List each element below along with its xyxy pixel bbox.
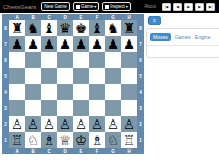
square-h8[interactable]: ♜ bbox=[121, 20, 137, 36]
game-menu-label: Game bbox=[81, 4, 93, 9]
square-d7[interactable]: ♟ bbox=[57, 36, 73, 52]
rank-label: 5 bbox=[2, 68, 9, 84]
square-e3[interactable] bbox=[73, 100, 89, 116]
square-e5[interactable] bbox=[73, 68, 89, 84]
square-a3[interactable] bbox=[9, 100, 25, 116]
square-c7[interactable]: ♟ bbox=[41, 36, 57, 52]
next-move-button[interactable]: ▶ bbox=[195, 3, 204, 11]
tab-moves[interactable]: Moves bbox=[150, 33, 171, 41]
square-c4[interactable] bbox=[41, 84, 57, 100]
move-nav-group: |◀ ◀ ▶ ▶ ▶| bbox=[162, 3, 215, 11]
square-b3[interactable] bbox=[25, 100, 41, 116]
caret-down-icon: ▾ bbox=[94, 5, 96, 9]
square-g7[interactable]: ♟ bbox=[105, 36, 121, 52]
top-navbar: ChessGears New Game Game ▾ Inspect ▾ Abo… bbox=[0, 0, 219, 13]
square-h7[interactable]: ♟ bbox=[121, 36, 137, 52]
new-game-button[interactable]: New Game bbox=[41, 2, 70, 11]
rank-label: 7 bbox=[137, 36, 144, 52]
square-b4[interactable] bbox=[25, 84, 41, 100]
square-f2[interactable]: ♙ bbox=[89, 116, 105, 132]
square-e7[interactable]: ♟ bbox=[73, 36, 89, 52]
rank-label: 8 bbox=[137, 20, 144, 36]
rank-label: 7 bbox=[2, 36, 9, 52]
caret-down-icon: ▾ bbox=[126, 5, 128, 9]
board-frame-corner bbox=[137, 148, 144, 154]
square-e6[interactable] bbox=[73, 52, 89, 68]
game-menu-button[interactable]: Game ▾ bbox=[73, 2, 99, 11]
square-f7[interactable]: ♟ bbox=[89, 36, 105, 52]
rank-label: 5 bbox=[137, 68, 144, 84]
chess-board: ABCDEFGH8♜♞♝♛♚♝♞♜87♟♟♟♟♟♟♟♟7665544332♙♙♙… bbox=[2, 14, 144, 154]
square-g5[interactable] bbox=[105, 68, 121, 84]
square-a8[interactable]: ♜ bbox=[9, 20, 25, 36]
play-button[interactable]: ▶ bbox=[184, 3, 193, 11]
about-link[interactable]: About bbox=[144, 4, 156, 9]
square-h2[interactable]: ♙ bbox=[121, 116, 137, 132]
square-d8[interactable]: ♛ bbox=[57, 20, 73, 36]
panel-menu-button[interactable]: ≡ bbox=[148, 16, 161, 25]
rank-label: 3 bbox=[137, 100, 144, 116]
square-d6[interactable] bbox=[57, 52, 73, 68]
file-label: G bbox=[105, 148, 121, 154]
square-b6[interactable] bbox=[25, 52, 41, 68]
rank-label: 2 bbox=[137, 116, 144, 132]
square-d2[interactable]: ♙ bbox=[57, 116, 73, 132]
prev-move-icon: ◀ bbox=[176, 4, 179, 10]
square-f3[interactable] bbox=[89, 100, 105, 116]
square-b7[interactable]: ♟ bbox=[25, 36, 41, 52]
square-h5[interactable] bbox=[121, 68, 137, 84]
square-d1[interactable]: ♕ bbox=[57, 132, 73, 148]
square-f8[interactable]: ♝ bbox=[89, 20, 105, 36]
file-label: B bbox=[25, 148, 41, 154]
last-move-icon: ▶| bbox=[209, 4, 213, 10]
square-e1[interactable]: ♔ bbox=[73, 132, 89, 148]
square-g8[interactable]: ♞ bbox=[105, 20, 121, 36]
rank-label: 4 bbox=[2, 84, 9, 100]
analysis-panel: Moves Games Engine bbox=[146, 28, 219, 58]
square-a7[interactable]: ♟ bbox=[9, 36, 25, 52]
square-h6[interactable] bbox=[121, 52, 137, 68]
square-e2[interactable]: ♙ bbox=[73, 116, 89, 132]
square-c5[interactable] bbox=[41, 68, 57, 84]
last-move-button[interactable]: ▶| bbox=[206, 3, 215, 11]
tab-engine[interactable]: Engine bbox=[195, 34, 211, 40]
square-d3[interactable] bbox=[57, 100, 73, 116]
square-h3[interactable] bbox=[121, 100, 137, 116]
rank-label: 3 bbox=[2, 100, 9, 116]
tab-games[interactable]: Games bbox=[175, 34, 191, 40]
rank-label: 6 bbox=[2, 52, 9, 68]
game-menu-icon bbox=[76, 5, 80, 9]
first-move-button[interactable]: |◀ bbox=[162, 3, 171, 11]
prev-move-button[interactable]: ◀ bbox=[173, 3, 182, 11]
square-a6[interactable] bbox=[9, 52, 25, 68]
file-label: C bbox=[41, 148, 57, 154]
panel-tabs: Moves Games Engine bbox=[147, 29, 219, 42]
play-icon: ▶ bbox=[187, 4, 190, 10]
square-a5[interactable] bbox=[9, 68, 25, 84]
square-g2[interactable]: ♙ bbox=[105, 116, 121, 132]
square-c8[interactable]: ♝ bbox=[41, 20, 57, 36]
rank-label: 1 bbox=[137, 132, 144, 148]
square-g6[interactable] bbox=[105, 52, 121, 68]
square-e4[interactable] bbox=[73, 84, 89, 100]
square-g4[interactable] bbox=[105, 84, 121, 100]
rank-label: 4 bbox=[137, 84, 144, 100]
file-label: A bbox=[9, 148, 25, 154]
square-f4[interactable] bbox=[89, 84, 105, 100]
file-label: F bbox=[89, 148, 105, 154]
first-move-icon: |◀ bbox=[165, 4, 169, 10]
rank-label: 2 bbox=[2, 116, 9, 132]
inspect-menu-label: Inspect bbox=[110, 4, 125, 9]
square-h1[interactable]: ♖ bbox=[121, 132, 137, 148]
square-g3[interactable] bbox=[105, 100, 121, 116]
square-a4[interactable] bbox=[9, 84, 25, 100]
inspect-menu-icon bbox=[105, 5, 109, 9]
file-label: H bbox=[121, 148, 137, 154]
square-h4[interactable] bbox=[121, 84, 137, 100]
square-b1[interactable]: ♘ bbox=[25, 132, 41, 148]
menu-icon: ≡ bbox=[153, 18, 156, 23]
square-b8[interactable]: ♞ bbox=[25, 20, 41, 36]
square-f5[interactable] bbox=[89, 68, 105, 84]
square-e8[interactable]: ♚ bbox=[73, 20, 89, 36]
inspect-menu-button[interactable]: Inspect ▾ bbox=[102, 2, 131, 11]
new-game-label: New Game bbox=[44, 4, 67, 9]
square-c1[interactable]: ♗ bbox=[41, 132, 57, 148]
square-b2[interactable]: ♙ bbox=[25, 116, 41, 132]
square-c3[interactable] bbox=[41, 100, 57, 116]
rank-label: 1 bbox=[2, 132, 9, 148]
app-logo[interactable]: ChessGears bbox=[3, 4, 36, 10]
file-label: D bbox=[57, 148, 73, 154]
square-a1[interactable]: ♖ bbox=[9, 132, 25, 148]
rank-label: 8 bbox=[2, 20, 9, 36]
square-g1[interactable]: ♘ bbox=[105, 132, 121, 148]
next-move-icon: ▶ bbox=[198, 4, 201, 10]
file-label: E bbox=[73, 148, 89, 154]
square-f1[interactable]: ♗ bbox=[89, 132, 105, 148]
square-b5[interactable] bbox=[25, 68, 41, 84]
panel-divider bbox=[147, 45, 219, 46]
square-a2[interactable]: ♙ bbox=[9, 116, 25, 132]
square-f6[interactable] bbox=[89, 52, 105, 68]
rank-label: 6 bbox=[137, 52, 144, 68]
square-d4[interactable] bbox=[57, 84, 73, 100]
board-frame-corner bbox=[2, 148, 9, 154]
square-c2[interactable]: ♙ bbox=[41, 116, 57, 132]
square-c6[interactable] bbox=[41, 52, 57, 68]
square-d5[interactable] bbox=[57, 68, 73, 84]
